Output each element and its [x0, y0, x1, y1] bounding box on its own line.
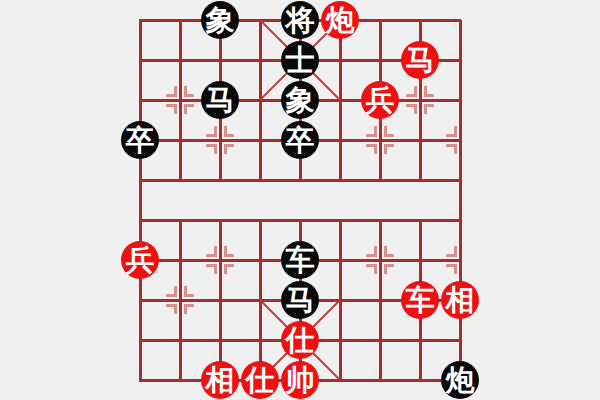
piece-black-soldier[interactable]: 卒 — [281, 121, 319, 159]
board-intersections[interactable]: 象将炮士马马象兵卒卒兵车马车相仕相仕帅炮 — [120, 0, 480, 400]
piece-black-soldier[interactable]: 卒 — [121, 121, 159, 159]
piece-black-horse[interactable]: 马 — [281, 281, 319, 319]
piece-black-general[interactable]: 将 — [281, 1, 319, 39]
piece-red-horse[interactable]: 马 — [401, 41, 439, 79]
piece-red-elephant[interactable]: 相 — [201, 361, 239, 399]
piece-red-cannon[interactable]: 炮 — [321, 1, 359, 39]
piece-red-advisor[interactable]: 仕 — [241, 361, 279, 399]
piece-black-elephant[interactable]: 象 — [201, 1, 239, 39]
piece-red-soldier[interactable]: 兵 — [361, 81, 399, 119]
piece-red-general[interactable]: 帅 — [281, 361, 319, 399]
piece-black-advisor[interactable]: 士 — [281, 41, 319, 79]
piece-black-cannon[interactable]: 炮 — [441, 361, 479, 399]
xiangqi-board: 象将炮士马马象兵卒卒兵车马车相仕相仕帅炮 — [0, 0, 600, 400]
piece-red-chariot[interactable]: 车 — [401, 281, 439, 319]
piece-black-chariot[interactable]: 车 — [281, 241, 319, 279]
piece-red-elephant[interactable]: 相 — [441, 281, 479, 319]
piece-red-advisor[interactable]: 仕 — [281, 321, 319, 359]
piece-red-soldier[interactable]: 兵 — [121, 241, 159, 279]
piece-black-elephant[interactable]: 象 — [281, 81, 319, 119]
piece-black-horse[interactable]: 马 — [201, 81, 239, 119]
